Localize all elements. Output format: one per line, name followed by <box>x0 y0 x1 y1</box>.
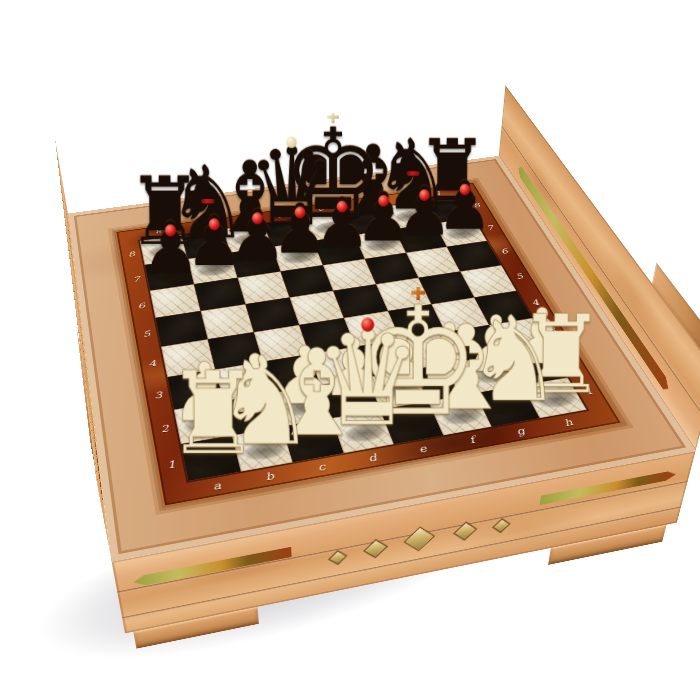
rank-label-right-5: 5 <box>514 272 525 280</box>
rook-glyph: ♜ <box>131 356 295 470</box>
rank-label-left-6: 6 <box>137 301 146 310</box>
rank-label-left-5: 5 <box>142 329 151 338</box>
product-photo: ♜♞♝♛♚♝♞♜♟♟♟♟♟♟♟♟♟♟♟♟♟♟♟♟♜♞♝♛♚♝♞♜ aa88bb7… <box>0 0 700 700</box>
amber-board-border: ♜♞♝♛♚♝♞♜♟♟♟♟♟♟♟♟♟♟♟♟♟♟♟♟♜♞♝♛♚♝♞♜ aa88bb7… <box>116 183 620 506</box>
pawn-glyph: ♟ <box>102 212 238 282</box>
piece-black-pawn-a7[interactable]: ♟ <box>102 212 238 282</box>
bead-red-topper <box>165 224 176 236</box>
base-seam <box>58 156 100 500</box>
amber-strip-inlay-left <box>133 547 292 588</box>
chess-board: ♜♞♝♛♚♝♞♜♟♟♟♟♟♟♟♟♟♟♟♟♟♟♟♟♜♞♝♛♚♝♞♜ <box>140 196 587 481</box>
amber-diamond-inlay <box>330 552 346 564</box>
board-wood-frame: ♜♞♝♛♚♝♞♜♟♟♟♟♟♟♟♟♟♟♟♟♟♟♟♟♜♞♝♛♚♝♞♜ aa88bb7… <box>68 156 696 562</box>
piece-white-rook-a1[interactable]: ♜ <box>131 356 295 470</box>
bracket-foot-left <box>76 325 94 463</box>
amber-diamond-inlay <box>494 520 509 532</box>
file-label-front-e: e <box>417 443 429 455</box>
file-label-front-a: a <box>212 480 222 493</box>
amber-strip-inlay <box>84 354 103 503</box>
file-label-front-g: g <box>514 425 527 436</box>
file-label-front-h: h <box>562 417 575 428</box>
file-label-front-d: d <box>366 452 378 464</box>
rank-label-right-6: 6 <box>499 247 510 255</box>
file-label-front-c: c <box>316 461 327 473</box>
file-label-front-b: b <box>264 470 275 482</box>
scene-3d: ♜♞♝♛♚♝♞♜♟♟♟♟♟♟♟♟♟♟♟♟♟♟♟♟♜♞♝♛♚♝♞♜ aa88bb7… <box>0 0 700 700</box>
base-seam <box>122 507 681 620</box>
